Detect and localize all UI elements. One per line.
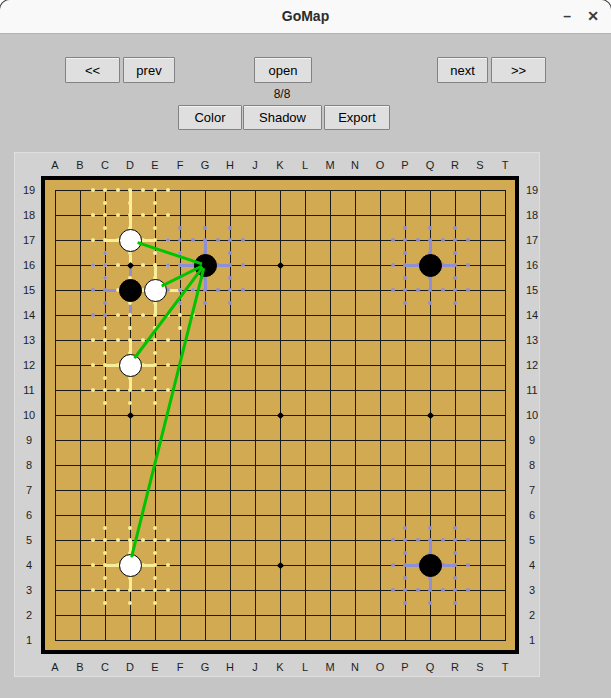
coord-label-right-15: 15	[518, 283, 546, 297]
coord-label-right-16: 16	[518, 258, 546, 272]
coord-label-bottom-K: K	[268, 660, 292, 674]
coord-label-bottom-G: G	[193, 660, 217, 674]
coord-label-left-9: 9	[15, 433, 43, 447]
coord-label-left-3: 3	[15, 583, 43, 597]
coord-label-right-18: 18	[518, 208, 546, 222]
coord-label-right-2: 2	[518, 608, 546, 622]
coord-label-right-7: 7	[518, 483, 546, 497]
coord-label-right-12: 12	[518, 358, 546, 372]
coord-label-left-18: 18	[15, 208, 43, 222]
coord-label-right-8: 8	[518, 458, 546, 472]
coord-label-bottom-J: J	[243, 660, 267, 674]
coord-label-top-E: E	[143, 158, 167, 172]
coord-label-top-G: G	[193, 158, 217, 172]
coord-label-left-5: 5	[15, 533, 43, 547]
coord-label-bottom-F: F	[168, 660, 192, 674]
coord-label-right-6: 6	[518, 508, 546, 522]
coord-label-bottom-M: M	[318, 660, 342, 674]
coord-label-right-4: 4	[518, 558, 546, 572]
coord-label-top-Q: Q	[418, 158, 442, 172]
coord-label-bottom-S: S	[468, 660, 492, 674]
coord-label-right-19: 19	[518, 183, 546, 197]
coord-label-right-9: 9	[518, 433, 546, 447]
gomap-window: GoMap – ✕ << prev open next >> 8/8 Color…	[0, 0, 611, 698]
coord-label-top-T: T	[493, 158, 517, 172]
first-button[interactable]: <<	[65, 57, 120, 83]
coord-label-bottom-E: E	[143, 660, 167, 674]
coord-label-left-12: 12	[15, 358, 43, 372]
coord-label-bottom-Q: Q	[418, 660, 442, 674]
coord-label-top-K: K	[268, 158, 292, 172]
coord-label-right-14: 14	[518, 308, 546, 322]
coord-label-left-7: 7	[15, 483, 43, 497]
export-button[interactable]: Export	[324, 105, 390, 130]
coord-label-left-15: 15	[15, 283, 43, 297]
coord-label-left-6: 6	[15, 508, 43, 522]
coord-label-top-N: N	[343, 158, 367, 172]
coord-label-right-11: 11	[518, 383, 546, 397]
coord-label-bottom-O: O	[368, 660, 392, 674]
coord-label-bottom-L: L	[293, 660, 317, 674]
titlebar: GoMap – ✕	[0, 0, 611, 34]
coord-label-right-17: 17	[518, 233, 546, 247]
coord-label-top-F: F	[168, 158, 192, 172]
coord-label-top-M: M	[318, 158, 342, 172]
coord-label-right-13: 13	[518, 333, 546, 347]
coord-label-bottom-D: D	[118, 660, 142, 674]
move-counter: 8/8	[252, 87, 312, 101]
coord-label-right-5: 5	[518, 533, 546, 547]
shadow-button[interactable]: Shadow	[243, 105, 322, 130]
board-panel: AABBCCDDEEFFGGHHJJKKLLMMNNOOPPQQRRSSTT19…	[14, 152, 540, 677]
coord-label-bottom-C: C	[93, 660, 117, 674]
coord-label-left-16: 16	[15, 258, 43, 272]
coord-label-bottom-P: P	[393, 660, 417, 674]
next-button[interactable]: next	[437, 57, 488, 83]
coord-label-top-R: R	[443, 158, 467, 172]
coord-label-right-1: 1	[518, 633, 546, 647]
coord-label-top-H: H	[218, 158, 242, 172]
coord-label-bottom-N: N	[343, 660, 367, 674]
prev-button[interactable]: prev	[123, 57, 175, 83]
connection-line-G16-D17	[137, 241, 202, 265]
coord-label-right-3: 3	[518, 583, 546, 597]
coord-label-left-14: 14	[15, 308, 43, 322]
coord-label-bottom-T: T	[493, 660, 517, 674]
coord-label-left-13: 13	[15, 333, 43, 347]
connections-layer	[45, 180, 515, 650]
coord-label-top-D: D	[118, 158, 142, 172]
minimize-icon[interactable]: –	[563, 0, 571, 33]
coord-label-top-A: A	[43, 158, 67, 172]
close-icon[interactable]: ✕	[587, 0, 599, 33]
coord-label-left-8: 8	[15, 458, 43, 472]
coord-label-bottom-R: R	[443, 660, 467, 674]
coord-label-top-B: B	[68, 158, 92, 172]
goban[interactable]	[41, 176, 519, 654]
coord-label-top-P: P	[393, 158, 417, 172]
coord-label-left-19: 19	[15, 183, 43, 197]
coord-label-top-C: C	[93, 158, 117, 172]
coord-label-bottom-H: H	[218, 660, 242, 674]
coord-label-left-4: 4	[15, 558, 43, 572]
open-button[interactable]: open	[254, 57, 312, 83]
coord-label-top-J: J	[243, 158, 267, 172]
color-button[interactable]: Color	[178, 105, 242, 130]
coord-label-left-11: 11	[15, 383, 43, 397]
coord-label-left-17: 17	[15, 233, 43, 247]
coord-label-top-L: L	[293, 158, 317, 172]
coord-label-left-1: 1	[15, 633, 43, 647]
coord-label-left-10: 10	[15, 408, 43, 422]
coord-label-left-2: 2	[15, 608, 43, 622]
last-button[interactable]: >>	[491, 57, 546, 83]
coord-label-bottom-A: A	[43, 660, 67, 674]
coord-label-bottom-B: B	[68, 660, 92, 674]
coord-label-right-10: 10	[518, 408, 546, 422]
coord-label-top-O: O	[368, 158, 392, 172]
coord-label-top-S: S	[468, 158, 492, 172]
window-title: GoMap	[0, 0, 611, 33]
